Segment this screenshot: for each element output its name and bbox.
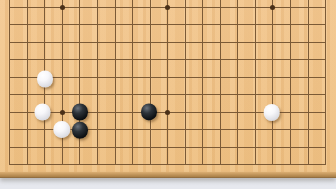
intersection-F7[interactable]	[89, 51, 107, 69]
white-stone-D3	[53, 121, 70, 138]
intersection-P9[interactable]	[247, 16, 265, 34]
intersection-H6[interactable]	[124, 69, 142, 87]
intersection-F5[interactable]	[89, 86, 107, 104]
intersection-M7[interactable]	[194, 51, 212, 69]
intersection-K3[interactable]	[159, 121, 177, 139]
intersection-T1[interactable]	[317, 156, 335, 174]
intersection-N3[interactable]	[212, 121, 230, 139]
intersection-F2[interactable]	[89, 139, 107, 157]
intersection-H8[interactable]	[124, 34, 142, 52]
intersection-K6[interactable]	[159, 69, 177, 87]
intersection-C10[interactable]	[36, 0, 54, 16]
intersection-J1[interactable]	[141, 156, 159, 174]
screen	[0, 0, 336, 189]
intersection-S6[interactable]	[299, 69, 317, 87]
intersection-N8[interactable]	[212, 34, 230, 52]
intersection-K2[interactable]	[159, 139, 177, 157]
intersection-G5[interactable]	[106, 86, 124, 104]
intersection-F3[interactable]	[89, 121, 107, 139]
intersection-M10[interactable]	[194, 0, 212, 16]
intersection-T8[interactable]	[317, 34, 335, 52]
intersection-A9[interactable]	[1, 16, 19, 34]
intersection-L4[interactable]	[176, 104, 194, 122]
intersection-R10[interactable]	[282, 0, 300, 16]
intersection-T4[interactable]	[317, 104, 335, 122]
intersection-K8[interactable]	[159, 34, 177, 52]
white-stone-C4	[34, 103, 51, 120]
intersection-H10[interactable]	[124, 0, 142, 16]
intersection-J2[interactable]	[141, 139, 159, 157]
intersection-P3[interactable]	[247, 121, 265, 139]
star-point-Q10	[270, 5, 275, 10]
intersection-O6[interactable]	[229, 69, 247, 87]
intersection-P2[interactable]	[247, 139, 265, 157]
intersection-C2[interactable]	[36, 139, 54, 157]
intersection-B7[interactable]	[19, 51, 37, 69]
intersection-L9[interactable]	[176, 16, 194, 34]
intersection-B10[interactable]	[19, 0, 37, 16]
intersection-Q3[interactable]	[264, 121, 282, 139]
intersection-Q8[interactable]	[264, 34, 282, 52]
intersection-R9[interactable]	[282, 16, 300, 34]
intersection-L3[interactable]	[176, 121, 194, 139]
intersection-A8[interactable]	[1, 34, 19, 52]
intersection-G10[interactable]	[106, 0, 124, 16]
intersection-B5[interactable]	[19, 86, 37, 104]
intersection-A10[interactable]	[1, 0, 19, 16]
intersection-R6[interactable]	[282, 69, 300, 87]
intersection-E4[interactable]	[71, 104, 89, 122]
intersection-P8[interactable]	[247, 34, 265, 52]
intersection-L7[interactable]	[176, 51, 194, 69]
intersection-T3[interactable]	[317, 121, 335, 139]
intersection-N1[interactable]	[212, 156, 230, 174]
intersection-M3[interactable]	[194, 121, 212, 139]
goban-side-edge	[0, 172, 336, 178]
intersection-A4[interactable]	[1, 104, 19, 122]
star-point-K4	[165, 110, 170, 115]
intersection-P7[interactable]	[247, 51, 265, 69]
intersection-N6[interactable]	[212, 69, 230, 87]
intersection-J5[interactable]	[141, 86, 159, 104]
intersection-K4[interactable]	[159, 104, 177, 122]
star-point-K10	[165, 5, 170, 10]
intersection-L6[interactable]	[176, 69, 194, 87]
intersection-N4[interactable]	[212, 104, 230, 122]
intersection-M6[interactable]	[194, 69, 212, 87]
intersection-C9[interactable]	[36, 16, 54, 34]
intersection-G8[interactable]	[106, 34, 124, 52]
intersection-E7[interactable]	[71, 51, 89, 69]
intersection-L2[interactable]	[176, 139, 194, 157]
intersection-N5[interactable]	[212, 86, 230, 104]
white-stone-Q4	[263, 104, 280, 121]
intersection-S2[interactable]	[299, 139, 317, 157]
intersection-F1[interactable]	[89, 156, 107, 174]
intersection-F6[interactable]	[89, 69, 107, 87]
intersection-Q4[interactable]	[264, 104, 282, 122]
intersection-B9[interactable]	[19, 16, 37, 34]
intersection-Q2[interactable]	[264, 139, 282, 157]
intersection-M4[interactable]	[194, 104, 212, 122]
intersection-C6[interactable]	[36, 69, 54, 87]
intersection-A6[interactable]	[1, 69, 19, 87]
intersection-R3[interactable]	[282, 121, 300, 139]
intersection-K10[interactable]	[159, 0, 177, 16]
intersection-G4[interactable]	[106, 104, 124, 122]
intersection-Q5[interactable]	[264, 86, 282, 104]
intersection-J6[interactable]	[141, 69, 159, 87]
black-stone-E3	[72, 122, 89, 139]
intersection-D4[interactable]	[54, 104, 72, 122]
intersection-Q7[interactable]	[264, 51, 282, 69]
intersection-M5[interactable]	[194, 86, 212, 104]
intersection-L1[interactable]	[176, 156, 194, 174]
intersection-M2[interactable]	[194, 139, 212, 157]
intersection-K7[interactable]	[159, 51, 177, 69]
intersection-H9[interactable]	[124, 16, 142, 34]
intersection-M8[interactable]	[194, 34, 212, 52]
intersection-D9[interactable]	[54, 16, 72, 34]
intersection-E1[interactable]	[71, 156, 89, 174]
intersection-F4[interactable]	[89, 104, 107, 122]
intersection-N9[interactable]	[212, 16, 230, 34]
intersection-H4[interactable]	[124, 104, 142, 122]
intersection-P5[interactable]	[247, 86, 265, 104]
intersection-K5[interactable]	[159, 86, 177, 104]
intersection-L10[interactable]	[176, 0, 194, 16]
intersection-P1[interactable]	[247, 156, 265, 174]
intersection-J7[interactable]	[141, 51, 159, 69]
intersection-A1[interactable]	[1, 156, 19, 174]
intersection-R8[interactable]	[282, 34, 300, 52]
intersection-G1[interactable]	[106, 156, 124, 174]
intersection-T10[interactable]	[317, 0, 335, 16]
intersection-R7[interactable]	[282, 51, 300, 69]
intersection-N2[interactable]	[212, 139, 230, 157]
intersection-T2[interactable]	[317, 139, 335, 157]
intersection-D7[interactable]	[54, 51, 72, 69]
intersection-F10[interactable]	[89, 0, 107, 16]
intersection-J4[interactable]	[141, 104, 159, 122]
intersection-M1[interactable]	[194, 156, 212, 174]
intersection-B8[interactable]	[19, 34, 37, 52]
intersection-S8[interactable]	[299, 34, 317, 52]
intersection-R2[interactable]	[282, 139, 300, 157]
intersection-S5[interactable]	[299, 86, 317, 104]
intersection-P4[interactable]	[247, 104, 265, 122]
intersection-B3[interactable]	[19, 121, 37, 139]
intersection-L5[interactable]	[176, 86, 194, 104]
intersection-G2[interactable]	[106, 139, 124, 157]
intersection-O9[interactable]	[229, 16, 247, 34]
intersection-D8[interactable]	[54, 34, 72, 52]
intersection-T5[interactable]	[317, 86, 335, 104]
intersection-L8[interactable]	[176, 34, 194, 52]
intersection-K9[interactable]	[159, 16, 177, 34]
intersection-S1[interactable]	[299, 156, 317, 174]
black-stone-E4	[72, 103, 89, 120]
intersection-P10[interactable]	[247, 0, 265, 16]
intersection-S3[interactable]	[299, 121, 317, 139]
goban-grid	[1, 0, 334, 174]
intersection-C5[interactable]	[36, 86, 54, 104]
intersection-R4[interactable]	[282, 104, 300, 122]
intersection-J10[interactable]	[141, 0, 159, 16]
intersection-B1[interactable]	[19, 156, 37, 174]
intersection-J8[interactable]	[141, 34, 159, 52]
intersection-G9[interactable]	[106, 16, 124, 34]
intersection-H7[interactable]	[124, 51, 142, 69]
intersection-A2[interactable]	[1, 139, 19, 157]
star-point-D10	[60, 5, 65, 10]
intersection-E3[interactable]	[71, 121, 89, 139]
intersection-B6[interactable]	[19, 69, 37, 87]
white-stone-C6	[37, 70, 54, 87]
intersection-D3[interactable]	[54, 121, 72, 139]
intersection-Q9[interactable]	[264, 16, 282, 34]
intersection-Q6[interactable]	[264, 69, 282, 87]
intersection-T7[interactable]	[317, 51, 335, 69]
intersection-D1[interactable]	[54, 156, 72, 174]
intersection-J9[interactable]	[141, 16, 159, 34]
intersection-A7[interactable]	[1, 51, 19, 69]
intersection-R5[interactable]	[282, 86, 300, 104]
intersection-D2[interactable]	[54, 139, 72, 157]
intersection-H1[interactable]	[124, 156, 142, 174]
intersection-D5[interactable]	[54, 86, 72, 104]
intersection-T6[interactable]	[317, 69, 335, 87]
intersection-C3[interactable]	[36, 121, 54, 139]
intersection-O5[interactable]	[229, 86, 247, 104]
intersection-O10[interactable]	[229, 0, 247, 16]
intersection-F9[interactable]	[89, 16, 107, 34]
intersection-T9[interactable]	[317, 16, 335, 34]
intersection-M9[interactable]	[194, 16, 212, 34]
intersection-O3[interactable]	[229, 121, 247, 139]
intersection-D6[interactable]	[54, 69, 72, 87]
intersection-C1[interactable]	[36, 156, 54, 174]
intersection-R1[interactable]	[282, 156, 300, 174]
intersection-J3[interactable]	[141, 121, 159, 139]
star-point-D4	[60, 110, 65, 115]
intersection-D10[interactable]	[54, 0, 72, 16]
intersection-G3[interactable]	[106, 121, 124, 139]
black-stone-J4	[141, 103, 158, 120]
intersection-C4[interactable]	[36, 104, 54, 122]
intersection-N7[interactable]	[212, 51, 230, 69]
intersection-E10[interactable]	[71, 0, 89, 16]
intersection-S10[interactable]	[299, 0, 317, 16]
intersection-K1[interactable]	[159, 156, 177, 174]
intersection-N10[interactable]	[212, 0, 230, 16]
intersection-G7[interactable]	[106, 51, 124, 69]
intersection-A3[interactable]	[1, 121, 19, 139]
intersection-O8[interactable]	[229, 34, 247, 52]
intersection-O1[interactable]	[229, 156, 247, 174]
intersection-S7[interactable]	[299, 51, 317, 69]
intersection-E9[interactable]	[71, 16, 89, 34]
intersection-O7[interactable]	[229, 51, 247, 69]
intersection-P6[interactable]	[247, 69, 265, 87]
intersection-A5[interactable]	[1, 86, 19, 104]
intersection-O2[interactable]	[229, 139, 247, 157]
intersection-O4[interactable]	[229, 104, 247, 122]
intersection-C7[interactable]	[36, 51, 54, 69]
intersection-C8[interactable]	[36, 34, 54, 52]
intersection-Q1[interactable]	[264, 156, 282, 174]
intersection-H2[interactable]	[124, 139, 142, 157]
intersection-G6[interactable]	[106, 69, 124, 87]
intersection-H5[interactable]	[124, 86, 142, 104]
intersection-E2[interactable]	[71, 139, 89, 157]
intersection-Q10[interactable]	[264, 0, 282, 16]
intersection-E6[interactable]	[71, 69, 89, 87]
intersection-F8[interactable]	[89, 34, 107, 52]
intersection-E5[interactable]	[71, 86, 89, 104]
intersection-B2[interactable]	[19, 139, 37, 157]
intersection-E8[interactable]	[71, 34, 89, 52]
intersection-S9[interactable]	[299, 16, 317, 34]
intersection-S4[interactable]	[299, 104, 317, 122]
goban	[0, 0, 336, 172]
intersection-H3[interactable]	[124, 121, 142, 139]
